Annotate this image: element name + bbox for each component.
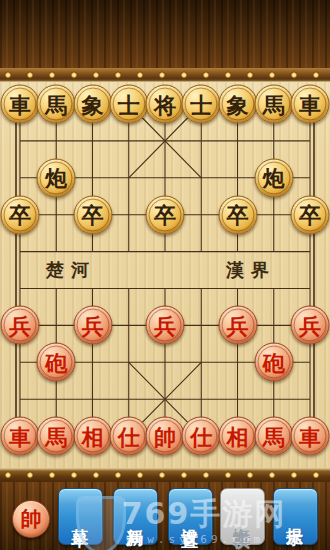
piece-black-soldier[interactable]: 卒 <box>146 195 185 234</box>
piece-red-soldier[interactable]: 兵 <box>218 306 257 345</box>
piece-black-advisor[interactable]: 士 <box>109 85 148 124</box>
piece-black-horse[interactable]: 馬 <box>37 85 76 124</box>
xiangqi-app: 楚河 漢界 車馬象士将士象馬車炮炮卒卒卒卒卒兵兵兵兵兵砲砲車馬相仕帥仕相馬車 帥… <box>0 0 330 550</box>
piece-black-soldier[interactable]: 卒 <box>291 195 330 234</box>
piece-red-cannon[interactable]: 砲 <box>37 343 76 382</box>
piece-red-general[interactable]: 帥 <box>146 417 185 456</box>
new-game-button[interactable]: 新局 <box>113 488 158 545</box>
river-label-hanjie: 漢界 <box>226 258 276 282</box>
piece-red-soldier[interactable]: 兵 <box>1 306 40 345</box>
piece-red-soldier[interactable]: 兵 <box>73 306 112 345</box>
piece-red-horse[interactable]: 馬 <box>37 417 76 456</box>
piece-black-advisor[interactable]: 士 <box>182 85 221 124</box>
piece-black-cannon[interactable]: 炮 <box>254 158 293 197</box>
hint-button[interactable]: 提示 <box>273 488 318 545</box>
piece-black-soldier[interactable]: 卒 <box>218 195 257 234</box>
piece-black-horse[interactable]: 馬 <box>254 85 293 124</box>
wood-frame-top <box>0 0 330 68</box>
piece-black-elephant[interactable]: 象 <box>73 85 112 124</box>
piece-red-advisor[interactable]: 仕 <box>109 417 148 456</box>
settings-button[interactable]: 设置 <box>168 488 213 545</box>
piece-red-cannon[interactable]: 砲 <box>254 343 293 382</box>
menu-button[interactable]: 菜单 <box>58 488 103 545</box>
river-label-chuhe: 楚河 <box>46 258 96 282</box>
piece-red-horse[interactable]: 馬 <box>254 417 293 456</box>
piece-black-soldier[interactable]: 卒 <box>1 195 40 234</box>
studded-rail-bottom <box>0 468 330 482</box>
piece-red-advisor[interactable]: 仕 <box>182 417 221 456</box>
piece-red-elephant[interactable]: 相 <box>218 417 257 456</box>
piece-red-soldier[interactable]: 兵 <box>146 306 185 345</box>
piece-black-soldier[interactable]: 卒 <box>73 195 112 234</box>
piece-red-chariot[interactable]: 車 <box>1 417 40 456</box>
piece-black-chariot[interactable]: 車 <box>1 85 40 124</box>
piece-black-chariot[interactable]: 車 <box>291 85 330 124</box>
piece-red-chariot[interactable]: 車 <box>291 417 330 456</box>
red-general-icon[interactable]: 帥 <box>12 500 50 538</box>
studded-rail-top <box>0 68 330 82</box>
xiangqi-board[interactable]: 楚河 漢界 車馬象士将士象馬車炮炮卒卒卒卒卒兵兵兵兵兵砲砲車馬相仕帥仕相馬車 <box>0 82 330 468</box>
piece-black-elephant[interactable]: 象 <box>218 85 257 124</box>
undo-button[interactable]: 悔棋 <box>220 488 265 545</box>
piece-black-general[interactable]: 将 <box>146 85 185 124</box>
piece-red-elephant[interactable]: 相 <box>73 417 112 456</box>
piece-black-cannon[interactable]: 炮 <box>37 158 76 197</box>
piece-red-soldier[interactable]: 兵 <box>291 306 330 345</box>
